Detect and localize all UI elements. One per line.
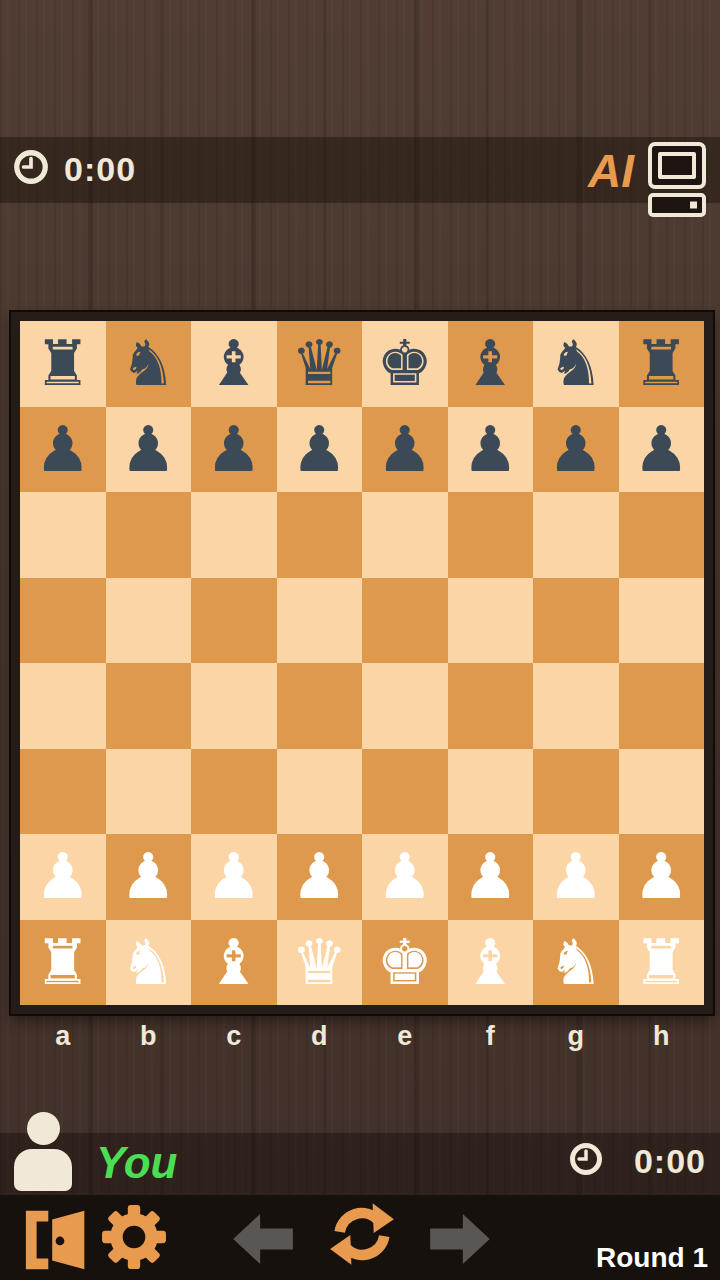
white-pawn[interactable]: ♟ <box>548 845 604 908</box>
black-pawn[interactable]: ♟ <box>462 418 518 481</box>
undo-button[interactable] <box>233 1214 295 1267</box>
square-g7[interactable]: ♟ <box>533 407 619 493</box>
square-a4[interactable] <box>20 663 106 749</box>
square-b1[interactable]: ♞ <box>106 920 192 1006</box>
square-f3[interactable] <box>448 749 534 835</box>
left-arrow-icon <box>233 1214 295 1264</box>
square-g1[interactable]: ♞ <box>533 920 619 1006</box>
square-d1[interactable]: ♛ <box>277 920 363 1006</box>
square-f5[interactable] <box>448 578 534 664</box>
refresh-icon <box>328 1200 396 1268</box>
square-c5[interactable] <box>191 578 277 664</box>
square-d3[interactable] <box>277 749 363 835</box>
exit-door-icon <box>22 1208 96 1272</box>
black-pawn[interactable]: ♟ <box>548 418 604 481</box>
square-b6[interactable] <box>106 492 192 578</box>
round-indicator: Round 1 <box>596 1242 708 1274</box>
square-e6[interactable] <box>362 492 448 578</box>
square-e8[interactable]: ♚ <box>362 321 448 407</box>
square-c4[interactable] <box>191 663 277 749</box>
square-c2[interactable]: ♟ <box>191 834 277 920</box>
settings-button[interactable] <box>101 1204 167 1273</box>
square-g4[interactable] <box>533 663 619 749</box>
white-pawn[interactable]: ♟ <box>291 845 347 908</box>
file-label-e: e <box>362 1021 448 1052</box>
black-bishop[interactable]: ♝ <box>462 332 518 395</box>
square-c6[interactable] <box>191 492 277 578</box>
player-timer: 0:00 <box>634 1142 706 1181</box>
square-d4[interactable] <box>277 663 363 749</box>
chess-board[interactable]: ♜♞♝♛♚♝♞♜♟♟♟♟♟♟♟♟♟♟♟♟♟♟♟♟♜♞♝♛♚♝♞♜ <box>11 312 713 1014</box>
black-queen[interactable]: ♛ <box>291 332 347 395</box>
chess-app-screen: { "game": "chess", "position": { "fen": … <box>0 0 720 1280</box>
square-d6[interactable] <box>277 492 363 578</box>
square-g6[interactable] <box>533 492 619 578</box>
square-h7[interactable]: ♟ <box>619 407 705 493</box>
file-label-a: a <box>20 1021 106 1052</box>
square-g2[interactable]: ♟ <box>533 834 619 920</box>
square-b4[interactable] <box>106 663 192 749</box>
square-g8[interactable]: ♞ <box>533 321 619 407</box>
square-d2[interactable]: ♟ <box>277 834 363 920</box>
black-pawn[interactable]: ♟ <box>377 418 433 481</box>
square-c1[interactable]: ♝ <box>191 920 277 1006</box>
square-f4[interactable] <box>448 663 534 749</box>
square-a5[interactable] <box>20 578 106 664</box>
square-f8[interactable]: ♝ <box>448 321 534 407</box>
square-h6[interactable] <box>619 492 705 578</box>
square-h8[interactable]: ♜ <box>619 321 705 407</box>
square-e3[interactable] <box>362 749 448 835</box>
restart-button[interactable] <box>328 1200 396 1271</box>
file-label-g: g <box>533 1021 619 1052</box>
gear-icon <box>101 1204 167 1270</box>
square-g3[interactable] <box>533 749 619 835</box>
white-bishop[interactable]: ♝ <box>462 931 518 994</box>
opponent-name: AI <box>588 144 634 198</box>
square-h3[interactable] <box>619 749 705 835</box>
file-label-h: h <box>619 1021 705 1052</box>
square-a8[interactable]: ♜ <box>20 321 106 407</box>
square-h2[interactable]: ♟ <box>619 834 705 920</box>
square-d5[interactable] <box>277 578 363 664</box>
square-a2[interactable]: ♟ <box>20 834 106 920</box>
computer-monitor <box>648 142 706 189</box>
square-b5[interactable] <box>106 578 192 664</box>
white-pawn[interactable]: ♟ <box>633 845 689 908</box>
black-king[interactable]: ♚ <box>377 332 433 395</box>
player-name: You <box>96 1138 177 1188</box>
black-pawn[interactable]: ♟ <box>291 418 347 481</box>
file-label-b: b <box>106 1021 192 1052</box>
black-knight[interactable]: ♞ <box>120 332 176 395</box>
square-e4[interactable] <box>362 663 448 749</box>
computer-base <box>648 193 706 217</box>
square-e5[interactable] <box>362 578 448 664</box>
square-a6[interactable] <box>20 492 106 578</box>
square-f7[interactable]: ♟ <box>448 407 534 493</box>
exit-button[interactable] <box>22 1208 96 1275</box>
white-pawn[interactable]: ♟ <box>377 845 433 908</box>
computer-icon <box>648 142 706 217</box>
square-b3[interactable] <box>106 749 192 835</box>
square-f6[interactable] <box>448 492 534 578</box>
black-pawn[interactable]: ♟ <box>120 418 176 481</box>
clock-icon <box>12 148 50 186</box>
redo-button[interactable] <box>428 1214 490 1267</box>
black-rook[interactable]: ♜ <box>633 332 689 395</box>
square-h1[interactable]: ♜ <box>619 920 705 1006</box>
file-labels-row: abcdefgh <box>20 1021 704 1052</box>
square-g5[interactable] <box>533 578 619 664</box>
square-b7[interactable]: ♟ <box>106 407 192 493</box>
square-f2[interactable]: ♟ <box>448 834 534 920</box>
white-pawn[interactable]: ♟ <box>462 845 518 908</box>
square-e2[interactable]: ♟ <box>362 834 448 920</box>
square-d7[interactable]: ♟ <box>277 407 363 493</box>
square-e1[interactable]: ♚ <box>362 920 448 1006</box>
square-a3[interactable] <box>20 749 106 835</box>
black-pawn[interactable]: ♟ <box>633 418 689 481</box>
black-knight[interactable]: ♞ <box>548 332 604 395</box>
white-pawn[interactable]: ♟ <box>120 845 176 908</box>
square-c7[interactable]: ♟ <box>191 407 277 493</box>
opponent-timer: 0:00 <box>64 150 136 189</box>
black-rook[interactable]: ♜ <box>35 332 91 395</box>
white-knight[interactable]: ♞ <box>120 931 176 994</box>
white-rook[interactable]: ♜ <box>633 931 689 994</box>
white-rook[interactable]: ♜ <box>35 931 91 994</box>
square-e7[interactable]: ♟ <box>362 407 448 493</box>
black-bishop[interactable]: ♝ <box>206 332 262 395</box>
file-label-f: f <box>448 1021 534 1052</box>
square-a1[interactable]: ♜ <box>20 920 106 1006</box>
file-label-d: d <box>277 1021 363 1052</box>
white-knight[interactable]: ♞ <box>548 931 604 994</box>
clock-icon <box>568 1141 604 1177</box>
white-pawn[interactable]: ♟ <box>206 845 262 908</box>
player-avatar-icon <box>10 1112 76 1192</box>
square-b8[interactable]: ♞ <box>106 321 192 407</box>
white-pawn[interactable]: ♟ <box>35 845 91 908</box>
white-queen[interactable]: ♛ <box>291 931 347 994</box>
square-c3[interactable] <box>191 749 277 835</box>
square-a7[interactable]: ♟ <box>20 407 106 493</box>
square-h5[interactable] <box>619 578 705 664</box>
square-f1[interactable]: ♝ <box>448 920 534 1006</box>
file-label-c: c <box>191 1021 277 1052</box>
right-arrow-icon <box>428 1214 490 1264</box>
square-d8[interactable]: ♛ <box>277 321 363 407</box>
square-h4[interactable] <box>619 663 705 749</box>
black-pawn[interactable]: ♟ <box>206 418 262 481</box>
black-pawn[interactable]: ♟ <box>35 418 91 481</box>
square-b2[interactable]: ♟ <box>106 834 192 920</box>
white-bishop[interactable]: ♝ <box>206 931 262 994</box>
white-king[interactable]: ♚ <box>377 931 433 994</box>
square-c8[interactable]: ♝ <box>191 321 277 407</box>
